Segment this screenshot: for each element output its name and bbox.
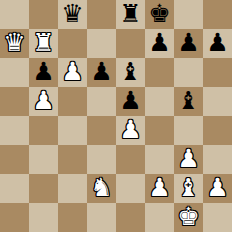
piece-black-pawn-d6[interactable]: ♟: [90, 57, 112, 86]
piece-black-pawn-b6[interactable]: ♟: [32, 57, 54, 86]
square-f5[interactable]: [145, 87, 174, 116]
square-c2[interactable]: [58, 174, 87, 203]
square-g1[interactable]: ♚: [174, 203, 203, 232]
square-h7[interactable]: ♟: [203, 29, 232, 58]
piece-white-rook-b7[interactable]: ♜: [32, 28, 54, 57]
square-a2[interactable]: [0, 174, 29, 203]
square-g4[interactable]: [174, 116, 203, 145]
square-d2[interactable]: ♞: [87, 174, 116, 203]
square-c1[interactable]: [58, 203, 87, 232]
piece-white-queen-a7[interactable]: ♛: [3, 28, 25, 57]
square-h3[interactable]: [203, 145, 232, 174]
square-e7[interactable]: [116, 29, 145, 58]
piece-white-knight-d2[interactable]: ♞: [90, 173, 112, 202]
square-c5[interactable]: [58, 87, 87, 116]
square-f3[interactable]: [145, 145, 174, 174]
square-g8[interactable]: [174, 0, 203, 29]
chess-board: ♛♜♚♛♜♟♟♟♟♟♟♝♟♟♝♟♟♞♟♝♟♚: [0, 0, 232, 232]
square-a5[interactable]: [0, 87, 29, 116]
square-c3[interactable]: [58, 145, 87, 174]
square-d5[interactable]: [87, 87, 116, 116]
square-d7[interactable]: [87, 29, 116, 58]
piece-black-pawn-g7[interactable]: ♟: [177, 28, 199, 57]
piece-white-king-g1[interactable]: ♚: [177, 202, 199, 231]
square-a6[interactable]: [0, 58, 29, 87]
piece-white-pawn-h2[interactable]: ♟: [206, 173, 228, 202]
piece-black-bishop-g5[interactable]: ♝: [177, 86, 199, 115]
square-a8[interactable]: [0, 0, 29, 29]
piece-white-pawn-g3[interactable]: ♟: [177, 144, 199, 173]
piece-white-pawn-f2[interactable]: ♟: [148, 173, 170, 202]
square-f1[interactable]: [145, 203, 174, 232]
square-e4[interactable]: ♟: [116, 116, 145, 145]
square-e5[interactable]: ♟: [116, 87, 145, 116]
piece-black-pawn-f7[interactable]: ♟: [148, 28, 170, 57]
square-e1[interactable]: [116, 203, 145, 232]
square-b5[interactable]: ♟: [29, 87, 58, 116]
piece-black-king-f8[interactable]: ♚: [148, 0, 170, 28]
square-c4[interactable]: [58, 116, 87, 145]
square-c8[interactable]: ♛: [58, 0, 87, 29]
square-c6[interactable]: ♟: [58, 58, 87, 87]
piece-black-queen-c8[interactable]: ♛: [61, 0, 83, 28]
square-b7[interactable]: ♜: [29, 29, 58, 58]
piece-black-pawn-e5[interactable]: ♟: [119, 86, 141, 115]
square-h1[interactable]: [203, 203, 232, 232]
square-g6[interactable]: [174, 58, 203, 87]
square-d8[interactable]: [87, 0, 116, 29]
square-b8[interactable]: [29, 0, 58, 29]
piece-black-rook-e8[interactable]: ♜: [119, 0, 141, 28]
square-b3[interactable]: [29, 145, 58, 174]
piece-white-bishop-g2[interactable]: ♝: [177, 173, 199, 202]
square-h2[interactable]: ♟: [203, 174, 232, 203]
square-d3[interactable]: [87, 145, 116, 174]
piece-white-pawn-b5[interactable]: ♟: [32, 86, 54, 115]
square-d1[interactable]: [87, 203, 116, 232]
piece-black-pawn-h7[interactable]: ♟: [206, 28, 228, 57]
square-e6[interactable]: ♝: [116, 58, 145, 87]
square-d4[interactable]: [87, 116, 116, 145]
square-b1[interactable]: [29, 203, 58, 232]
square-f2[interactable]: ♟: [145, 174, 174, 203]
square-h4[interactable]: [203, 116, 232, 145]
square-a7[interactable]: ♛: [0, 29, 29, 58]
square-b6[interactable]: ♟: [29, 58, 58, 87]
piece-white-pawn-c6[interactable]: ♟: [61, 57, 83, 86]
square-e2[interactable]: [116, 174, 145, 203]
square-e8[interactable]: ♜: [116, 0, 145, 29]
piece-white-pawn-e4[interactable]: ♟: [119, 115, 141, 144]
square-h5[interactable]: [203, 87, 232, 116]
square-g7[interactable]: ♟: [174, 29, 203, 58]
square-g3[interactable]: ♟: [174, 145, 203, 174]
square-f6[interactable]: [145, 58, 174, 87]
square-b4[interactable]: [29, 116, 58, 145]
square-h8[interactable]: [203, 0, 232, 29]
piece-black-bishop-e6[interactable]: ♝: [119, 57, 141, 86]
square-a4[interactable]: [0, 116, 29, 145]
square-h6[interactable]: [203, 58, 232, 87]
square-f8[interactable]: ♚: [145, 0, 174, 29]
square-c7[interactable]: [58, 29, 87, 58]
square-g2[interactable]: ♝: [174, 174, 203, 203]
square-g5[interactable]: ♝: [174, 87, 203, 116]
square-b2[interactable]: [29, 174, 58, 203]
square-d6[interactable]: ♟: [87, 58, 116, 87]
square-f4[interactable]: [145, 116, 174, 145]
square-f7[interactable]: ♟: [145, 29, 174, 58]
square-e3[interactable]: [116, 145, 145, 174]
square-a3[interactable]: [0, 145, 29, 174]
square-a1[interactable]: [0, 203, 29, 232]
